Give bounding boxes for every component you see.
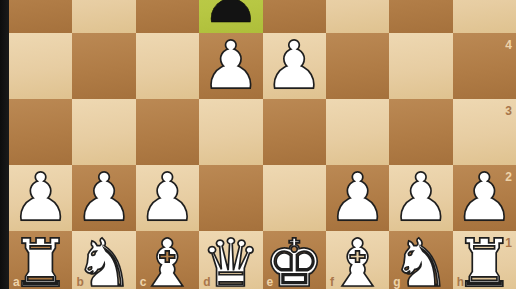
square-h5[interactable] (453, 0, 516, 33)
square-g4[interactable] (389, 33, 452, 99)
rank-label-4: 4 (505, 39, 512, 51)
square-d3[interactable] (199, 99, 262, 165)
white-bishop[interactable]: ♝ (138, 231, 197, 289)
square-a3[interactable] (9, 99, 72, 165)
square-a2[interactable]: ♟ (9, 165, 72, 231)
file-label-c: c (140, 276, 147, 288)
square-c2[interactable]: ♟ (136, 165, 199, 231)
square-g3[interactable] (389, 99, 452, 165)
rank-label-2: 2 (505, 171, 512, 183)
white-pawn[interactable]: ♟ (11, 165, 70, 231)
square-b4[interactable] (72, 33, 135, 99)
square-h2[interactable]: ♟2 (453, 165, 516, 231)
square-c3[interactable] (136, 99, 199, 165)
square-f2[interactable]: ♟ (326, 165, 389, 231)
square-f3[interactable] (326, 99, 389, 165)
white-pawn[interactable]: ♟ (391, 165, 450, 231)
square-g5[interactable] (389, 0, 452, 33)
file-label-f: f (330, 276, 334, 288)
square-f5[interactable] (326, 0, 389, 33)
square-d4[interactable]: ♟ (199, 33, 262, 99)
white-pawn[interactable]: ♟ (201, 33, 260, 99)
square-h1[interactable]: ♜1h (453, 231, 516, 289)
file-label-e: e (267, 276, 274, 288)
chess-video-frame: ♟♟♟43♟♟♟♟♟♟2♜a♞b♝c♛d♚e♝f♞g♜1h (0, 0, 516, 289)
square-d2[interactable] (199, 165, 262, 231)
file-label-b: b (76, 276, 83, 288)
square-f1[interactable]: ♝f (326, 231, 389, 289)
square-b1[interactable]: ♞b (72, 231, 135, 289)
letterbox-left-bar (0, 0, 9, 289)
file-label-g: g (393, 276, 400, 288)
square-a1[interactable]: ♜a (9, 231, 72, 289)
square-c5[interactable] (136, 0, 199, 33)
square-f4[interactable] (326, 33, 389, 99)
white-pawn[interactable]: ♟ (265, 33, 324, 99)
square-e1[interactable]: ♚e (263, 231, 326, 289)
square-e3[interactable] (263, 99, 326, 165)
white-pawn[interactable]: ♟ (74, 165, 133, 231)
file-label-a: a (13, 276, 20, 288)
square-e2[interactable] (263, 165, 326, 231)
square-a4[interactable] (9, 33, 72, 99)
rank-label-1: 1 (505, 237, 512, 249)
file-label-h: h (457, 276, 464, 288)
white-pawn[interactable]: ♟ (328, 165, 387, 231)
square-c1[interactable]: ♝c (136, 231, 199, 289)
square-g2[interactable]: ♟ (389, 165, 452, 231)
square-b2[interactable]: ♟ (72, 165, 135, 231)
file-label-d: d (203, 276, 210, 288)
square-a5[interactable] (9, 0, 72, 33)
square-h4[interactable]: 4 (453, 33, 516, 99)
white-bishop[interactable]: ♝ (328, 231, 387, 289)
square-e4[interactable]: ♟ (263, 33, 326, 99)
square-b5[interactable] (72, 0, 135, 33)
square-g1[interactable]: ♞g (389, 231, 452, 289)
rank-label-3: 3 (505, 105, 512, 117)
white-king[interactable]: ♚ (265, 231, 324, 289)
chess-board[interactable]: ♟♟♟43♟♟♟♟♟♟2♜a♞b♝c♛d♚e♝f♞g♜1h (9, 0, 516, 289)
square-d1[interactable]: ♛d (199, 231, 262, 289)
white-pawn[interactable]: ♟ (138, 165, 197, 231)
square-b3[interactable] (72, 99, 135, 165)
square-c4[interactable] (136, 33, 199, 99)
square-h3[interactable]: 3 (453, 99, 516, 165)
